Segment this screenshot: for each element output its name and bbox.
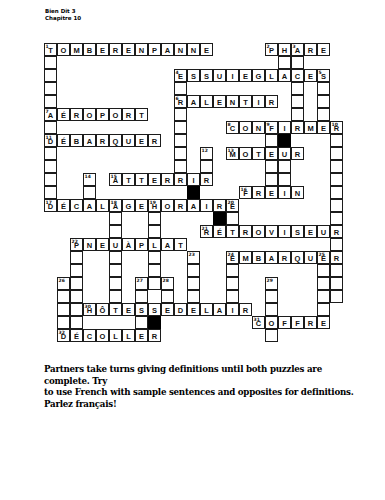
answer-letter: A [292,45,303,56]
grid-cell[interactable]: 17D [44,199,57,212]
answer-letter: N [84,240,95,251]
grid-cell[interactable]: E [135,134,148,147]
grid-cell[interactable] [278,160,291,173]
grid-cell[interactable]: U [109,238,122,251]
grid-cell[interactable]: I [278,121,291,134]
grid-cell[interactable]: 9F [265,121,278,134]
grid-cell[interactable] [148,225,161,238]
answer-letter: U [123,136,134,147]
grid-cell[interactable] [135,316,148,329]
grid-cell[interactable]: 28 [161,277,174,290]
grid-cell[interactable]: T [239,95,252,108]
answer-letter: L [201,305,212,316]
grid-cell[interactable]: D [174,303,187,316]
black-cell [148,316,161,329]
grid-cell[interactable]: E [96,43,109,56]
answer-letter: R [240,305,251,316]
grid-cell[interactable]: U [317,225,330,238]
grid-cell[interactable]: E [122,43,135,56]
grid-cell[interactable] [226,212,239,225]
grid-cell[interactable]: 11D [44,134,57,147]
answer-letter: E [123,305,134,316]
grid-cell[interactable]: R [70,108,83,121]
answer-letter: É [58,110,69,121]
grid-cell[interactable] [109,290,122,303]
grid-cell[interactable]: L [200,303,213,316]
grid-cell[interactable]: 10R [330,121,343,134]
answer-letter: E [136,331,147,342]
grid-cell[interactable]: L [265,69,278,82]
answer-letter: P [136,240,147,251]
answer-letter: A [162,240,173,251]
grid-cell[interactable]: R [174,199,187,212]
grid-cell[interactable]: O [265,316,278,329]
grid-cell[interactable]: P [135,238,148,251]
grid-cell[interactable]: M [304,121,317,134]
grid-cell[interactable]: R [330,225,343,238]
grid-cell[interactable]: I [226,303,239,316]
grid-cell[interactable]: E [265,147,278,160]
answer-letter: I [279,123,290,134]
grid-cell[interactable]: R [200,173,213,186]
answer-letter: Q [292,253,303,264]
grid-cell[interactable]: E [187,303,200,316]
grid-cell[interactable]: E [148,173,161,186]
grid-cell[interactable]: 1T [44,43,57,56]
grid-cell[interactable]: A [83,199,96,212]
grid-cell[interactable]: 26 [57,277,70,290]
grid-cell[interactable]: R [148,329,161,342]
grid-cell[interactable] [161,290,174,303]
clue-number: 12 [202,148,208,153]
grid-cell[interactable] [330,173,343,186]
grid-cell[interactable] [265,160,278,173]
grid-cell[interactable]: L [122,329,135,342]
grid-cell[interactable]: O [239,147,252,160]
answer-letter: P [266,45,277,56]
answer-letter: I [227,71,238,82]
answer-letter: N [188,45,199,56]
grid-cell[interactable] [148,264,161,277]
grid-cell[interactable] [265,329,278,342]
grid-cell[interactable]: 3A [291,43,304,56]
grid-cell[interactable] [226,264,239,277]
grid-cell[interactable] [317,108,330,121]
grid-cell[interactable]: 13M [226,147,239,160]
answer-letter: B [71,136,82,147]
grid-cell[interactable] [278,56,291,69]
grid-cell[interactable] [109,225,122,238]
grid-cell[interactable]: E [317,121,330,134]
grid-cell[interactable]: 22P [70,238,83,251]
grid-cell[interactable]: 32D [57,329,70,342]
answer-letter: L [123,331,134,342]
grid-cell[interactable] [330,290,343,303]
grid-cell[interactable]: R [239,303,252,316]
grid-cell[interactable] [70,251,83,264]
grid-cell[interactable] [187,290,200,303]
grid-cell[interactable]: É [57,108,70,121]
answer-letter: T [175,240,186,251]
answer-letter: C [292,71,303,82]
grid-cell[interactable]: L [148,238,161,251]
grid-cell[interactable]: U [122,134,135,147]
grid-cell[interactable]: L [109,329,122,342]
grid-cell[interactable]: 8C [226,121,239,134]
grid-cell[interactable]: 7A [44,108,57,121]
grid-cell[interactable]: C [83,329,96,342]
grid-cell[interactable]: R [174,173,187,186]
grid-cell[interactable] [57,290,70,303]
grid-cell[interactable]: 16F [239,186,252,199]
answer-letter: E [227,201,238,212]
grid-cell[interactable]: I [200,199,213,212]
answer-letter: C [84,331,95,342]
answer-letter: E [97,240,108,251]
grid-cell[interactable]: É [57,199,70,212]
grid-cell[interactable]: S [200,69,213,82]
grid-cell[interactable]: L [200,95,213,108]
grid-cell[interactable] [70,316,83,329]
grid-cell[interactable]: R [148,134,161,147]
answer-letter: N [136,45,147,56]
grid-cell[interactable]: R [304,43,317,56]
grid-cell[interactable] [44,121,57,134]
grid-cell[interactable]: A [83,134,96,147]
grid-cell[interactable]: U [278,147,291,160]
grid-cell[interactable] [330,212,343,225]
grid-cell[interactable]: B [83,43,96,56]
answer-letter: O [97,331,108,342]
grid-cell[interactable]: O [161,199,174,212]
grid-cell[interactable]: 5S [317,69,330,82]
grid-cell[interactable]: A [278,69,291,82]
grid-cell[interactable]: R [330,251,343,264]
grid-cell[interactable] [174,134,187,147]
grid-cell[interactable] [330,199,343,212]
grid-cell[interactable]: O [96,329,109,342]
grid-cell[interactable]: E [239,69,252,82]
grid-cell[interactable] [330,147,343,160]
grid-cell[interactable]: É [57,134,70,147]
grid-cell[interactable]: R [304,316,317,329]
grid-cell[interactable]: T [135,173,148,186]
grid-cell[interactable]: S [148,303,161,316]
grid-cell[interactable]: 30H [83,303,96,316]
grid-cell[interactable]: E [135,199,148,212]
answer-letter: R [331,227,342,238]
grid-cell[interactable]: E [304,69,317,82]
crossword-board: 1TOMBERENPANNE2PH3ARE4ESSUIEGLACE5S6RALE… [44,43,345,344]
grid-cell[interactable]: T [252,147,265,160]
grid-cell[interactable] [148,277,161,290]
answer-letter: C [227,123,238,134]
answer-letter: A [279,71,290,82]
grid-cell[interactable]: S [187,69,200,82]
grid-cell[interactable]: T [226,225,239,238]
grid-cell[interactable]: B [70,134,83,147]
grid-cell[interactable]: 24E [226,251,239,264]
grid-cell[interactable] [226,290,239,303]
grid-cell[interactable]: 12 [200,147,213,160]
grid-cell[interactable] [317,95,330,108]
grid-cell[interactable]: 19H [148,199,161,212]
grid-cell[interactable]: E [304,225,317,238]
grid-cell[interactable] [109,264,122,277]
grid-cell[interactable] [83,186,96,199]
grid-cell[interactable] [291,82,304,95]
answer-letter: E [305,227,316,238]
grid-cell[interactable] [57,303,70,316]
answer-letter: V [266,227,277,238]
grid-cell[interactable] [330,238,343,251]
grid-cell[interactable]: I [187,173,200,186]
grid-cell[interactable]: À [122,238,135,251]
grid-cell[interactable] [44,56,57,69]
grid-cell[interactable]: T [174,238,187,251]
answer-letter: A [110,175,121,186]
grid-cell[interactable]: T [109,303,122,316]
answer-letter: R [214,201,225,212]
grid-cell[interactable]: N [187,43,200,56]
grid-cell[interactable]: A [161,43,174,56]
grid-cell[interactable]: E [96,238,109,251]
answer-letter: R [331,253,342,264]
grid-cell[interactable]: E [135,329,148,342]
answer-letter: R [97,136,108,147]
grid-cell[interactable]: 25E [317,251,330,264]
grid-cell[interactable]: I [278,186,291,199]
grid-cell[interactable]: 2P [265,43,278,56]
grid-cell[interactable]: E [122,303,135,316]
clue-number: 26 [59,278,65,283]
grid-cell[interactable] [70,264,83,277]
grid-cell[interactable] [174,160,187,173]
grid-cell[interactable]: E [161,303,174,316]
instructions-line2: to use French with sample sentences and … [44,387,360,399]
grid-cell[interactable] [187,264,200,277]
grid-cell[interactable] [330,160,343,173]
grid-cell[interactable] [70,290,83,303]
answer-letter: A [45,110,56,121]
answer-letter: O [162,201,173,212]
grid-cell[interactable] [174,82,187,95]
grid-cell[interactable]: A [187,199,200,212]
grid-cell[interactable] [109,251,122,264]
grid-cell[interactable] [265,303,278,316]
grid-cell[interactable]: N [83,238,96,251]
grid-cell[interactable] [44,82,57,95]
grid-cell[interactable]: P [96,108,109,121]
grid-cell[interactable]: R [291,147,304,160]
grid-cell[interactable] [291,56,304,69]
grid-cell[interactable] [44,147,57,160]
grid-cell[interactable] [291,95,304,108]
grid-cell[interactable]: 4E [174,69,187,82]
grid-cell[interactable]: Ô [96,303,109,316]
grid-cell[interactable]: 18A [109,199,122,212]
grid-cell[interactable]: 27 [135,277,148,290]
grid-cell[interactable] [317,290,330,303]
answer-letter: N [175,45,186,56]
grid-cell[interactable]: G [252,69,265,82]
grid-cell[interactable]: 23 [187,251,200,264]
answer-letter: R [279,253,290,264]
grid-cell[interactable]: R [252,186,265,199]
grid-cell[interactable]: F [278,316,291,329]
grid-cell[interactable] [148,251,161,264]
grid-cell[interactable]: E [265,186,278,199]
grid-cell[interactable]: Q [291,251,304,264]
grid-cell[interactable]: O [252,225,265,238]
grid-cell[interactable] [330,264,343,277]
grid-cell[interactable]: 31C [252,316,265,329]
answer-letter: I [188,175,199,186]
grid-cell[interactable]: H [278,43,291,56]
grid-cell[interactable] [330,134,343,147]
worksheet-header: Bien Dit 3 Chapitre 10 [45,8,81,21]
grid-cell[interactable] [70,277,83,290]
grid-cell[interactable]: R [109,43,122,56]
grid-cell[interactable]: I [278,225,291,238]
grid-cell[interactable]: G [122,199,135,212]
grid-cell[interactable]: R [96,134,109,147]
answer-letter: T [123,175,134,186]
grid-cell[interactable]: N [291,186,304,199]
answer-letter: T [110,305,121,316]
grid-cell[interactable]: N [226,95,239,108]
grid-cell[interactable]: 14 [83,173,96,186]
grid-cell[interactable] [330,277,343,290]
grid-cell[interactable]: É [70,329,83,342]
grid-cell[interactable] [265,134,278,147]
grid-cell[interactable]: T [122,173,135,186]
grid-cell[interactable]: E [317,43,330,56]
grid-cell[interactable]: U [304,251,317,264]
grid-cell[interactable]: 6R [174,95,187,108]
grid-cell[interactable] [330,186,343,199]
grid-cell[interactable] [109,277,122,290]
grid-cell[interactable] [265,290,278,303]
grid-cell[interactable]: I [252,95,265,108]
grid-cell[interactable]: O [239,121,252,134]
grid-cell[interactable] [200,160,213,173]
grid-cell[interactable]: R [278,251,291,264]
grid-cell[interactable] [174,147,187,160]
grid-cell[interactable]: R [161,173,174,186]
answer-letter: I [279,188,290,199]
grid-cell[interactable]: 20E [226,199,239,212]
answer-letter: R [266,97,277,108]
grid-cell[interactable] [44,173,57,186]
grid-cell[interactable]: R [239,225,252,238]
grid-cell[interactable]: O [109,108,122,121]
grid-cell[interactable] [317,82,330,95]
answer-letter: E [240,71,251,82]
grid-cell[interactable]: U [213,69,226,82]
grid-cell[interactable] [44,69,57,82]
grid-cell[interactable]: B [252,251,265,264]
grid-cell[interactable]: E [213,95,226,108]
grid-cell[interactable]: M [239,251,252,264]
grid-cell[interactable] [109,212,122,225]
grid-cell[interactable] [70,303,83,316]
grid-cell[interactable] [57,316,70,329]
grid-cell[interactable]: N [252,121,265,134]
grid-cell[interactable]: A [161,238,174,251]
grid-cell[interactable]: E [317,316,330,329]
grid-cell[interactable]: R [291,121,304,134]
grid-cell[interactable] [317,303,330,316]
grid-cell[interactable]: 15A [109,173,122,186]
grid-cell[interactable] [174,121,187,134]
grid-cell[interactable]: E [200,43,213,56]
grid-cell[interactable] [44,186,57,199]
grid-cell[interactable] [317,277,330,290]
grid-cell[interactable]: O [83,108,96,121]
grid-cell[interactable] [44,95,57,108]
clue-number: 28 [163,278,169,283]
grid-cell[interactable]: L [96,199,109,212]
grid-cell[interactable]: R [122,108,135,121]
grid-cell[interactable]: P [148,43,161,56]
grid-cell[interactable]: F [291,316,304,329]
grid-cell[interactable] [44,160,57,173]
grid-cell[interactable]: V [265,225,278,238]
grid-cell[interactable]: Q [109,134,122,147]
grid-cell[interactable]: A [265,251,278,264]
grid-cell[interactable]: A [187,95,200,108]
answer-letter: E [318,123,329,134]
grid-cell[interactable]: S [135,303,148,316]
answer-letter: F [240,188,251,199]
grid-cell[interactable]: S [291,225,304,238]
grid-cell[interactable] [135,290,148,303]
grid-cell[interactable] [317,264,330,277]
answer-letter: S [136,305,147,316]
answer-letter: E [188,305,199,316]
grid-cell[interactable] [291,108,304,121]
grid-cell[interactable]: N [135,43,148,56]
answer-letter: D [58,331,69,342]
grid-cell[interactable] [226,277,239,290]
grid-cell[interactable]: I [226,69,239,82]
grid-cell[interactable]: T [135,108,148,121]
grid-cell[interactable]: C [291,69,304,82]
grid-cell[interactable]: R [213,199,226,212]
answer-letter: E [266,188,277,199]
grid-cell[interactable]: 21R [200,225,213,238]
grid-cell[interactable]: C [70,199,83,212]
grid-cell[interactable]: O [57,43,70,56]
grid-cell[interactable] [265,173,278,186]
grid-cell[interactable]: A [213,303,226,316]
grid-cell[interactable]: É [213,225,226,238]
grid-cell[interactable]: M [70,43,83,56]
grid-cell[interactable]: 29 [265,277,278,290]
answer-letter: A [266,253,277,264]
black-cell [278,134,291,147]
answer-letter: P [149,45,160,56]
grid-cell[interactable] [278,173,291,186]
answer-letter: É [58,201,69,212]
grid-cell[interactable]: N [174,43,187,56]
answer-letter: E [149,175,160,186]
grid-cell[interactable] [174,108,187,121]
grid-cell[interactable] [187,277,200,290]
grid-cell[interactable]: R [265,95,278,108]
grid-cell[interactable] [148,212,161,225]
